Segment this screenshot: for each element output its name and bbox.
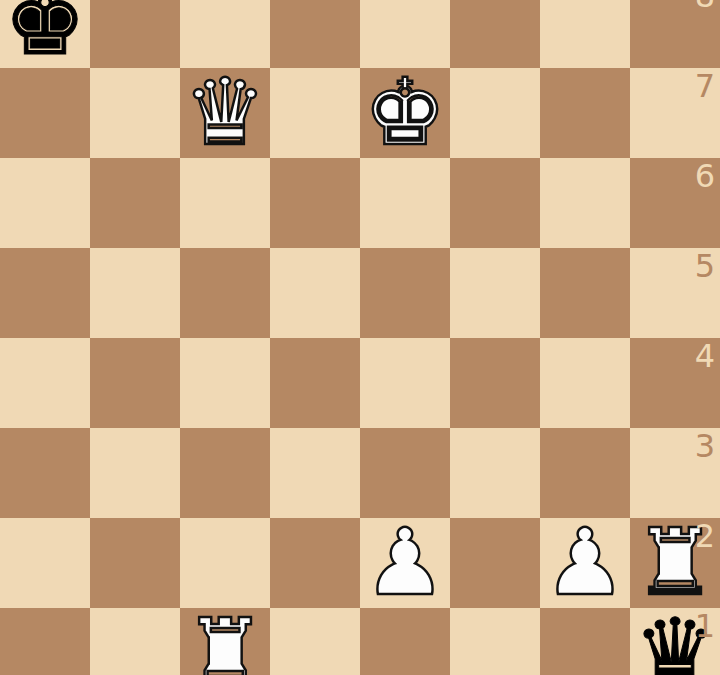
square-a4[interactable] <box>0 338 90 428</box>
square-c2[interactable] <box>180 518 270 608</box>
square-e6[interactable] <box>360 158 450 248</box>
square-b3[interactable] <box>90 428 180 518</box>
square-a1[interactable] <box>0 608 90 675</box>
square-f2[interactable] <box>450 518 540 608</box>
square-c5[interactable] <box>180 248 270 338</box>
square-a2[interactable] <box>0 518 90 608</box>
square-g1[interactable] <box>540 608 630 675</box>
piece-white-rook-c1[interactable]: ♜ <box>180 608 270 675</box>
square-f5[interactable] <box>450 248 540 338</box>
square-c4[interactable] <box>180 338 270 428</box>
rank-label-7: 7 <box>695 70 715 102</box>
chess-board: ♚♛♚♟♟♜♜♛87654321 <box>0 0 720 675</box>
square-b5[interactable] <box>90 248 180 338</box>
square-e3[interactable] <box>360 428 450 518</box>
square-d6[interactable] <box>270 158 360 248</box>
square-c3[interactable] <box>180 428 270 518</box>
square-a6[interactable] <box>0 158 90 248</box>
piece-white-pawn-g2[interactable]: ♟ <box>540 518 630 608</box>
square-g5[interactable] <box>540 248 630 338</box>
piece-white-queen-c7[interactable]: ♛ <box>180 68 270 158</box>
square-f6[interactable] <box>450 158 540 248</box>
square-b1[interactable] <box>90 608 180 675</box>
square-d4[interactable] <box>270 338 360 428</box>
square-b6[interactable] <box>90 158 180 248</box>
square-f7[interactable] <box>450 68 540 158</box>
square-e1[interactable] <box>360 608 450 675</box>
square-b8[interactable] <box>90 0 180 68</box>
square-d8[interactable] <box>270 0 360 68</box>
piece-white-king-e7[interactable]: ♚ <box>360 68 450 158</box>
rank-label-6: 6 <box>695 160 715 192</box>
square-e5[interactable] <box>360 248 450 338</box>
square-g4[interactable] <box>540 338 630 428</box>
square-a7[interactable] <box>0 68 90 158</box>
square-f4[interactable] <box>450 338 540 428</box>
square-c6[interactable] <box>180 158 270 248</box>
square-c8[interactable] <box>180 0 270 68</box>
rank-label-8: 8 <box>695 0 715 12</box>
square-f8[interactable] <box>450 0 540 68</box>
piece-black-king-a8[interactable]: ♚ <box>0 0 90 68</box>
square-f1[interactable] <box>450 608 540 675</box>
square-e4[interactable] <box>360 338 450 428</box>
square-g3[interactable] <box>540 428 630 518</box>
square-d3[interactable] <box>270 428 360 518</box>
square-f3[interactable] <box>450 428 540 518</box>
square-b4[interactable] <box>90 338 180 428</box>
square-g7[interactable] <box>540 68 630 158</box>
chessboard-viewport: ♚♛♚♟♟♜♜♛87654321 <box>0 0 720 675</box>
piece-white-pawn-e2[interactable]: ♟ <box>360 518 450 608</box>
square-d5[interactable] <box>270 248 360 338</box>
square-a5[interactable] <box>0 248 90 338</box>
rank-label-4: 4 <box>695 340 715 372</box>
rank-label-2: 2 <box>695 520 715 552</box>
rank-label-3: 3 <box>695 430 715 462</box>
square-d7[interactable] <box>270 68 360 158</box>
square-g6[interactable] <box>540 158 630 248</box>
rank-label-1: 1 <box>695 610 715 642</box>
rank-label-5: 5 <box>695 250 715 282</box>
square-a3[interactable] <box>0 428 90 518</box>
square-g8[interactable] <box>540 0 630 68</box>
square-b7[interactable] <box>90 68 180 158</box>
square-b2[interactable] <box>90 518 180 608</box>
square-d1[interactable] <box>270 608 360 675</box>
square-e8[interactable] <box>360 0 450 68</box>
square-d2[interactable] <box>270 518 360 608</box>
